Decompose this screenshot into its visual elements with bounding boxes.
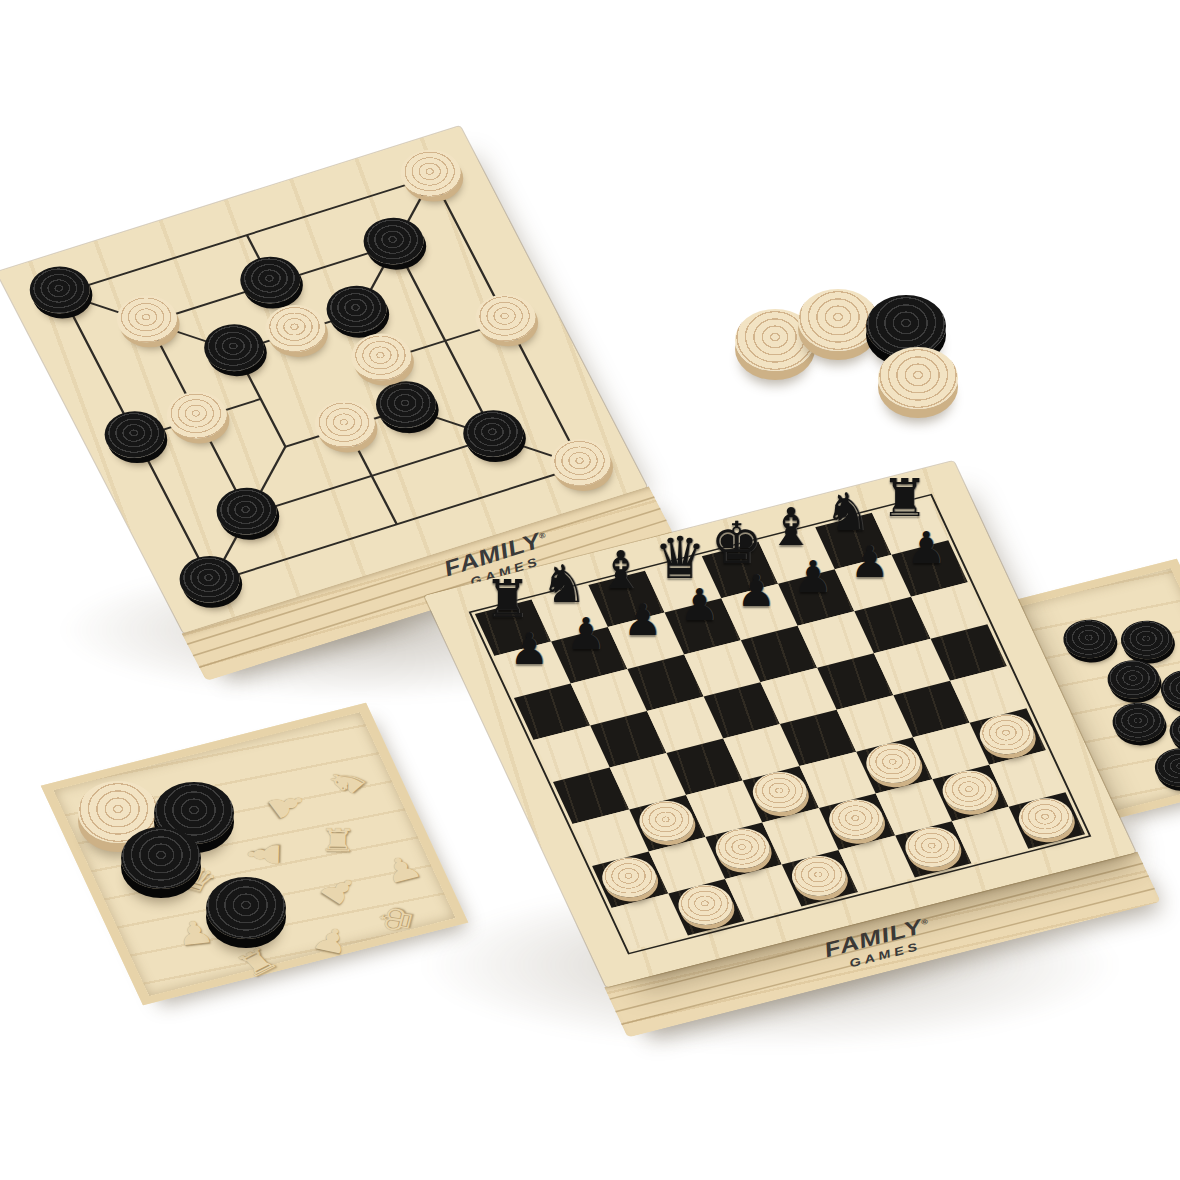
drawer-natural-rook: ♜ xyxy=(319,822,358,859)
drawer-natural-pawn: ♟ xyxy=(239,840,289,868)
loose-checker-black-bl-3 xyxy=(121,827,201,889)
chess-black-bishop-f8: ♝ xyxy=(761,497,821,557)
loose-checker-black-bl-4 xyxy=(206,877,286,939)
chess-black-pawn-b7: ♟ xyxy=(556,608,616,659)
product-photo-stage: FAMILY® GAMES ♟♝♟♞♛♟♜♟♝♟♟♜♟♚ ♜♞♝♛♚♝♞♜♟♟♟… xyxy=(0,0,1180,1180)
chess-black-pawn-g7: ♟ xyxy=(840,536,900,587)
chess-black-pawn-e7: ♟ xyxy=(726,565,786,616)
chess-black-knight-b8: ♞ xyxy=(534,555,594,615)
chess-black-pawn-a7: ♟ xyxy=(499,623,559,674)
registered-mark: ® xyxy=(538,531,548,541)
chess-black-rook-a8: ♜ xyxy=(477,569,537,629)
chess-black-bishop-c8: ♝ xyxy=(591,540,651,600)
chess-black-pawn-c7: ♟ xyxy=(613,594,673,645)
chess-black-pawn-d7: ♟ xyxy=(669,579,729,630)
loose-checker-natural-tr-4 xyxy=(878,347,958,409)
chess-black-pawn-h7: ♟ xyxy=(896,522,956,573)
chess-black-rook-h8: ♜ xyxy=(875,468,935,528)
chess-black-pawn-f7: ♟ xyxy=(783,551,843,602)
registered-mark: ® xyxy=(920,917,929,926)
left-drawer-white-chess-set: ♟♝♟♞♛♟♜♟♝♟♟♜♟♚ xyxy=(41,703,468,1006)
chess-black-knight-g8: ♞ xyxy=(818,482,878,542)
